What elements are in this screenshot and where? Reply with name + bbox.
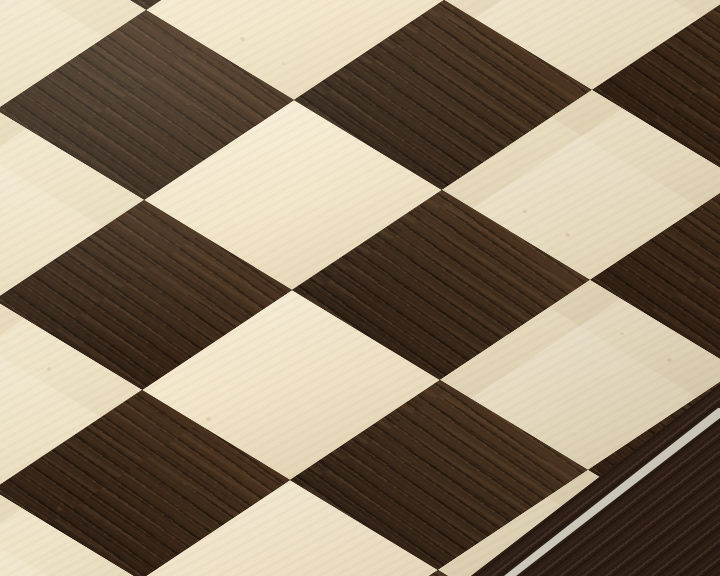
board-photo-stage bbox=[0, 0, 720, 576]
